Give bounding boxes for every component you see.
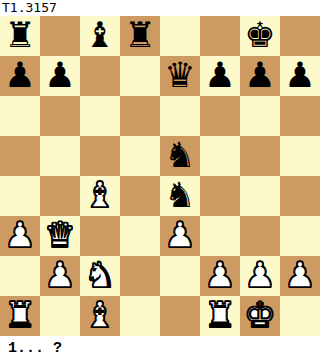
square-b3[interactable]: ♛	[40, 216, 80, 256]
square-a3[interactable]: ♟	[0, 216, 40, 256]
white-pawn-icon: ♟	[4, 216, 35, 255]
square-e8[interactable]	[160, 16, 200, 56]
black-king-icon: ♚	[244, 16, 275, 55]
square-g7[interactable]: ♟	[240, 56, 280, 96]
move-prompt: 1... ?	[0, 336, 320, 360]
square-a6[interactable]	[0, 96, 40, 136]
square-f5[interactable]	[200, 136, 240, 176]
square-e6[interactable]	[160, 96, 200, 136]
white-pawn-icon: ♟	[284, 256, 315, 295]
square-c2[interactable]: ♞	[80, 256, 120, 296]
square-f6[interactable]	[200, 96, 240, 136]
square-b5[interactable]	[40, 136, 80, 176]
black-knight-icon: ♞	[164, 136, 195, 175]
square-a8[interactable]: ♜	[0, 16, 40, 56]
square-g5[interactable]	[240, 136, 280, 176]
black-bishop-icon: ♝	[84, 16, 115, 55]
square-g2[interactable]: ♟	[240, 256, 280, 296]
square-a2[interactable]	[0, 256, 40, 296]
square-b7[interactable]: ♟	[40, 56, 80, 96]
black-pawn-icon: ♟	[44, 56, 75, 95]
puzzle-page: T1.3157 ♜♝♜♚♟♟♛♟♟♟♞♝♞♟♛♟♟♞♟♟♟♜♝♜♚ 1... ?	[0, 0, 320, 360]
square-e7[interactable]: ♛	[160, 56, 200, 96]
square-h6[interactable]	[280, 96, 320, 136]
square-a5[interactable]	[0, 136, 40, 176]
white-king-icon: ♚	[244, 296, 275, 335]
square-h8[interactable]	[280, 16, 320, 56]
square-e2[interactable]	[160, 256, 200, 296]
square-c5[interactable]	[80, 136, 120, 176]
square-d5[interactable]	[120, 136, 160, 176]
square-h3[interactable]	[280, 216, 320, 256]
square-c1[interactable]: ♝	[80, 296, 120, 336]
square-f7[interactable]: ♟	[200, 56, 240, 96]
square-e1[interactable]	[160, 296, 200, 336]
black-knight-icon: ♞	[164, 176, 195, 215]
square-c7[interactable]	[80, 56, 120, 96]
black-pawn-icon: ♟	[204, 56, 235, 95]
square-d2[interactable]	[120, 256, 160, 296]
chess-board: ♜♝♜♚♟♟♛♟♟♟♞♝♞♟♛♟♟♞♟♟♟♜♝♜♚	[0, 16, 320, 336]
square-g1[interactable]: ♚	[240, 296, 280, 336]
square-e5[interactable]: ♞	[160, 136, 200, 176]
square-f1[interactable]: ♜	[200, 296, 240, 336]
black-pawn-icon: ♟	[244, 56, 275, 95]
square-c3[interactable]	[80, 216, 120, 256]
puzzle-title: T1.3157	[0, 0, 320, 16]
white-rook-icon: ♜	[4, 296, 35, 335]
white-pawn-icon: ♟	[204, 256, 235, 295]
square-b1[interactable]	[40, 296, 80, 336]
square-e4[interactable]: ♞	[160, 176, 200, 216]
square-h1[interactable]	[280, 296, 320, 336]
square-g6[interactable]	[240, 96, 280, 136]
square-d7[interactable]	[120, 56, 160, 96]
black-rook-icon: ♜	[124, 16, 155, 55]
square-h2[interactable]: ♟	[280, 256, 320, 296]
square-b8[interactable]	[40, 16, 80, 56]
square-d6[interactable]	[120, 96, 160, 136]
white-bishop-icon: ♝	[84, 296, 115, 335]
white-knight-icon: ♞	[84, 256, 115, 295]
square-f3[interactable]	[200, 216, 240, 256]
square-h4[interactable]	[280, 176, 320, 216]
square-d1[interactable]	[120, 296, 160, 336]
square-h7[interactable]: ♟	[280, 56, 320, 96]
white-queen-icon: ♛	[44, 216, 75, 255]
white-rook-icon: ♜	[204, 296, 235, 335]
square-g8[interactable]: ♚	[240, 16, 280, 56]
square-a4[interactable]	[0, 176, 40, 216]
square-b4[interactable]	[40, 176, 80, 216]
white-bishop-icon: ♝	[84, 176, 115, 215]
square-f4[interactable]	[200, 176, 240, 216]
square-c4[interactable]: ♝	[80, 176, 120, 216]
square-g4[interactable]	[240, 176, 280, 216]
black-queen-icon: ♛	[164, 56, 195, 95]
square-d4[interactable]	[120, 176, 160, 216]
black-pawn-icon: ♟	[284, 56, 315, 95]
square-f2[interactable]: ♟	[200, 256, 240, 296]
square-d3[interactable]	[120, 216, 160, 256]
square-b6[interactable]	[40, 96, 80, 136]
black-pawn-icon: ♟	[4, 56, 35, 95]
white-pawn-icon: ♟	[244, 256, 275, 295]
square-f8[interactable]	[200, 16, 240, 56]
square-a1[interactable]: ♜	[0, 296, 40, 336]
white-pawn-icon: ♟	[44, 256, 75, 295]
square-e3[interactable]: ♟	[160, 216, 200, 256]
square-c8[interactable]: ♝	[80, 16, 120, 56]
black-rook-icon: ♜	[4, 16, 35, 55]
square-g3[interactable]	[240, 216, 280, 256]
square-h5[interactable]	[280, 136, 320, 176]
square-d8[interactable]: ♜	[120, 16, 160, 56]
square-b2[interactable]: ♟	[40, 256, 80, 296]
square-c6[interactable]	[80, 96, 120, 136]
white-pawn-icon: ♟	[164, 216, 195, 255]
square-a7[interactable]: ♟	[0, 56, 40, 96]
